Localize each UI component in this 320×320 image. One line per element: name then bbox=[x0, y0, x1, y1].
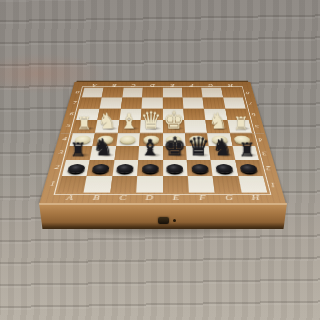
square-h8 bbox=[221, 87, 243, 97]
square-f7 bbox=[182, 97, 204, 108]
rank-label-right-2: 2 bbox=[260, 165, 276, 171]
file-label-near-g: G bbox=[215, 194, 242, 201]
file-label-far-h: H bbox=[220, 83, 240, 86]
file-label-near-b: B bbox=[82, 194, 109, 201]
rank-label-left-8: 8 bbox=[71, 90, 84, 94]
black-bishop-glyph: ♝ bbox=[126, 137, 173, 160]
file-label-far-a: A bbox=[84, 83, 104, 86]
rank-label-left-1: 1 bbox=[44, 181, 61, 187]
square-c8 bbox=[122, 87, 143, 97]
square-h7 bbox=[222, 97, 245, 108]
clasp-pin-icon bbox=[173, 219, 176, 222]
rank-label-right-7: 7 bbox=[243, 101, 256, 105]
square-h1 bbox=[237, 175, 266, 192]
square-b1 bbox=[83, 175, 111, 192]
box-front-face bbox=[39, 203, 287, 229]
file-label-near-d: D bbox=[135, 194, 161, 201]
square-b8 bbox=[102, 87, 123, 97]
file-label-far-g: G bbox=[201, 83, 221, 86]
file-label-far-d: D bbox=[143, 83, 162, 86]
square-f1 bbox=[187, 175, 214, 192]
file-label-far-e: E bbox=[162, 83, 181, 86]
file-label-near-f: F bbox=[189, 194, 216, 201]
square-f8 bbox=[182, 87, 203, 97]
clasp-icon bbox=[158, 217, 169, 224]
file-label-far-f: F bbox=[181, 83, 200, 86]
white-rook-glyph: ♜ bbox=[218, 114, 262, 132]
product-photo: AABBCCDDEEFFGGHH8877665544332211♜♞♝♛♚♞♜♜… bbox=[0, 0, 320, 320]
rank-label-right-1: 1 bbox=[264, 181, 281, 187]
box-back-edge bbox=[76, 80, 248, 81]
square-a8 bbox=[81, 87, 103, 97]
square-a7 bbox=[79, 97, 102, 108]
file-label-near-e: E bbox=[162, 194, 188, 201]
square-g1 bbox=[212, 175, 240, 192]
square-d1 bbox=[136, 175, 162, 192]
white-rook-glyph: ♜ bbox=[62, 114, 106, 132]
rank-label-right-8: 8 bbox=[241, 90, 254, 94]
black-rook-glyph: ♜ bbox=[223, 140, 270, 159]
square-e1 bbox=[162, 175, 188, 192]
black-rook-glyph: ♜ bbox=[54, 140, 101, 159]
file-label-near-h: H bbox=[241, 194, 269, 201]
file-label-far-b: B bbox=[104, 83, 124, 86]
square-d8 bbox=[142, 87, 162, 97]
square-g7 bbox=[202, 97, 224, 108]
square-c7 bbox=[120, 97, 142, 108]
square-b7 bbox=[99, 97, 121, 108]
white-bishop-glyph: ♝ bbox=[107, 111, 151, 132]
square-g8 bbox=[201, 87, 222, 97]
square-a1 bbox=[57, 175, 86, 192]
chess-board: AABBCCDDEEFFGGHH8877665544332211♜♞♝♛♚♞♜♜… bbox=[39, 82, 285, 203]
square-e8 bbox=[162, 87, 182, 97]
file-label-far-c: C bbox=[123, 83, 142, 86]
rank-label-left-7: 7 bbox=[68, 101, 81, 105]
file-label-near-c: C bbox=[109, 194, 136, 201]
white-king-glyph: ♚ bbox=[151, 108, 195, 132]
rank-label-left-2: 2 bbox=[48, 165, 64, 171]
file-label-near-a: A bbox=[55, 194, 83, 201]
square-c1 bbox=[110, 175, 137, 192]
